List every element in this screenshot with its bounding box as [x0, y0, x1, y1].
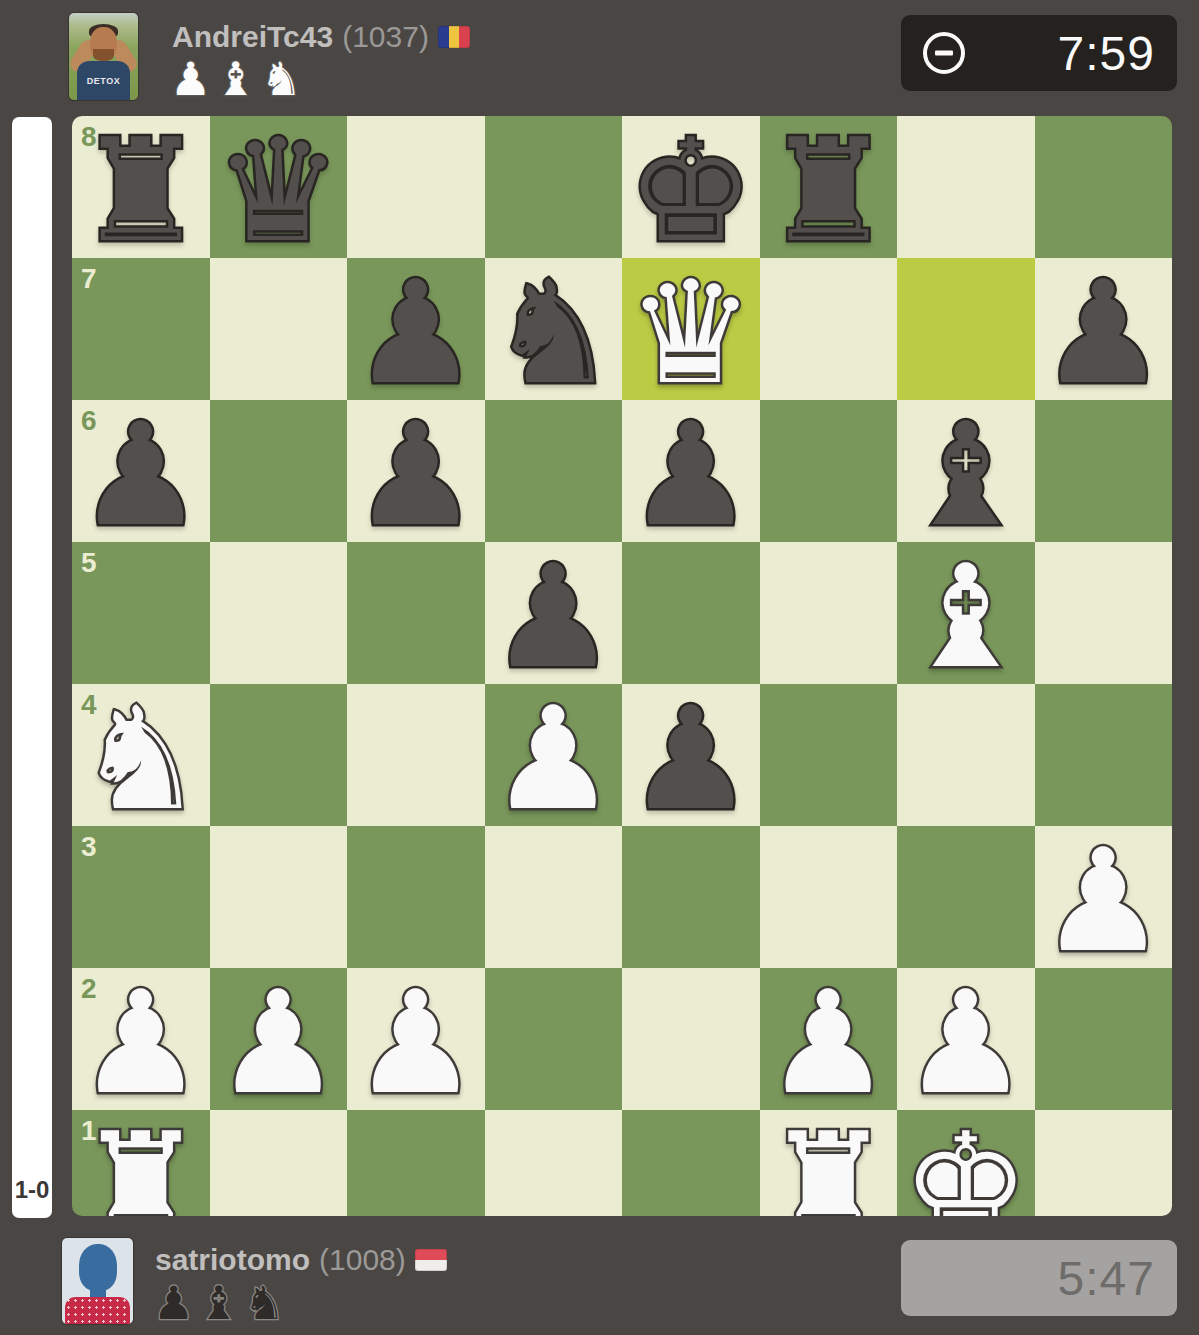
chess-board: 8♜♛♚♜7♟♞♛♟6♟♟♟♝5♟♝4♞♟♟3♟2♟♟♟♟♟1a♜bcdef♜g… — [72, 116, 1172, 1216]
square-d5[interactable]: ♟ — [485, 542, 623, 684]
square-f5[interactable] — [760, 542, 898, 684]
square-h4[interactable] — [1035, 684, 1173, 826]
rank-label-7: 7 — [81, 263, 97, 295]
captured-white-knight: ♞ — [261, 56, 302, 102]
flag-icon-romania — [438, 26, 470, 48]
square-e1[interactable]: e — [622, 1110, 760, 1216]
square-e8[interactable]: ♚ — [622, 116, 760, 258]
white-pawn: ♟ — [1040, 830, 1167, 972]
square-c2[interactable]: ♟ — [347, 968, 485, 1110]
square-d6[interactable] — [485, 400, 623, 542]
square-h2[interactable] — [1035, 968, 1173, 1110]
avatar-shirt-text: DETOX — [87, 76, 120, 86]
top-player-name[interactable]: AndreiTc43 — [172, 20, 333, 54]
square-c3[interactable] — [347, 826, 485, 968]
white-rook: ♜ — [765, 1114, 892, 1216]
square-d1[interactable]: d — [485, 1110, 623, 1216]
black-pawn: ♟ — [627, 688, 754, 830]
top-player-avatar[interactable]: DETOX — [69, 13, 138, 100]
white-bishop: ♝ — [902, 546, 1029, 688]
square-f4[interactable] — [760, 684, 898, 826]
captured-white-pawn: ♟ — [170, 56, 211, 102]
square-e6[interactable]: ♟ — [622, 400, 760, 542]
square-a6[interactable]: 6♟ — [72, 400, 210, 542]
white-pawn: ♟ — [77, 972, 204, 1114]
black-king: ♚ — [627, 120, 754, 262]
white-knight: ♞ — [77, 688, 204, 830]
square-g1[interactable]: g♚ — [897, 1110, 1035, 1216]
white-rook: ♜ — [77, 1114, 204, 1216]
square-b6[interactable] — [210, 400, 348, 542]
black-rook: ♜ — [77, 120, 204, 262]
black-pawn: ♟ — [1040, 262, 1167, 404]
white-king: ♚ — [902, 1114, 1029, 1216]
captured-black-knight: ♞ — [244, 1280, 285, 1326]
circled-minus-icon — [923, 32, 965, 74]
square-f8[interactable]: ♜ — [760, 116, 898, 258]
square-b7[interactable] — [210, 258, 348, 400]
top-game-clock: 7:59 — [901, 15, 1177, 91]
square-e4[interactable]: ♟ — [622, 684, 760, 826]
square-d3[interactable] — [485, 826, 623, 968]
black-pawn: ♟ — [77, 404, 204, 546]
rank-label-5: 5 — [81, 547, 97, 579]
square-b4[interactable] — [210, 684, 348, 826]
rank-label-3: 3 — [81, 831, 97, 863]
black-pawn: ♟ — [627, 404, 754, 546]
square-a7[interactable]: 7 — [72, 258, 210, 400]
square-a8[interactable]: 8♜ — [72, 116, 210, 258]
square-f7[interactable] — [760, 258, 898, 400]
square-e2[interactable] — [622, 968, 760, 1110]
square-c6[interactable]: ♟ — [347, 400, 485, 542]
black-knight: ♞ — [490, 262, 617, 404]
square-b5[interactable] — [210, 542, 348, 684]
square-f1[interactable]: f♜ — [760, 1110, 898, 1216]
top-captured-pieces-tray: ♟♝♞ — [170, 56, 302, 102]
square-h8[interactable] — [1035, 116, 1173, 258]
avatar-beard — [93, 49, 114, 61]
white-pawn: ♟ — [490, 688, 617, 830]
square-a5[interactable]: 5 — [72, 542, 210, 684]
black-queen: ♛ — [215, 120, 342, 262]
black-pawn: ♟ — [352, 262, 479, 404]
square-h3[interactable]: ♟ — [1035, 826, 1173, 968]
square-e5[interactable] — [622, 542, 760, 684]
bottom-player-meta: satriotomo (1008) — [155, 1243, 447, 1277]
square-c5[interactable] — [347, 542, 485, 684]
square-b2[interactable]: ♟ — [210, 968, 348, 1110]
square-g6[interactable]: ♝ — [897, 400, 1035, 542]
white-pawn: ♟ — [902, 972, 1029, 1114]
square-g2[interactable]: ♟ — [897, 968, 1035, 1110]
square-c1[interactable]: c — [347, 1110, 485, 1216]
bottom-player-rating: (1008) — [319, 1243, 406, 1277]
bottom-player-avatar[interactable] — [62, 1238, 133, 1324]
square-e3[interactable] — [622, 826, 760, 968]
captured-black-bishop: ♝ — [198, 1280, 239, 1326]
square-d8[interactable] — [485, 116, 623, 258]
square-c7[interactable]: ♟ — [347, 258, 485, 400]
square-h7[interactable]: ♟ — [1035, 258, 1173, 400]
square-d4[interactable]: ♟ — [485, 684, 623, 826]
square-a4[interactable]: 4♞ — [72, 684, 210, 826]
white-queen: ♛ — [627, 262, 754, 404]
square-h5[interactable] — [1035, 542, 1173, 684]
square-h6[interactable] — [1035, 400, 1173, 542]
bottom-captured-pieces-tray: ♟♝♞ — [153, 1280, 285, 1326]
square-f6[interactable] — [760, 400, 898, 542]
square-b3[interactable] — [210, 826, 348, 968]
square-f3[interactable] — [760, 826, 898, 968]
square-e7[interactable]: ♛ — [622, 258, 760, 400]
black-pawn: ♟ — [490, 546, 617, 688]
evaluation-bar: 1-0 — [12, 117, 52, 1218]
game-result: 1-0 — [15, 1176, 50, 1204]
square-b1[interactable]: b — [210, 1110, 348, 1216]
square-a3[interactable]: 3 — [72, 826, 210, 968]
square-d7[interactable]: ♞ — [485, 258, 623, 400]
black-bishop: ♝ — [902, 404, 1029, 546]
bottom-player-bar: satriotomo (1008) ♟♝♞ 5:47 — [0, 1238, 1199, 1335]
avatar-shirt — [65, 1297, 130, 1324]
square-c4[interactable] — [347, 684, 485, 826]
square-c8[interactable] — [347, 116, 485, 258]
top-player-bar: DETOX AndreiTc43 (1037) ♟♝♞ 7:59 — [0, 0, 1199, 113]
square-b8[interactable]: ♛ — [210, 116, 348, 258]
square-g8[interactable] — [897, 116, 1035, 258]
top-player-meta: AndreiTc43 (1037) — [172, 20, 470, 54]
bottom-clock-time: 5:47 — [1058, 1251, 1155, 1306]
white-pawn: ♟ — [215, 972, 342, 1114]
top-clock-time: 7:59 — [1058, 26, 1155, 81]
square-g5[interactable]: ♝ — [897, 542, 1035, 684]
captured-white-bishop: ♝ — [215, 56, 256, 102]
flag-icon-indonesia — [415, 1249, 447, 1271]
white-pawn: ♟ — [352, 972, 479, 1114]
square-g7[interactable] — [897, 258, 1035, 400]
square-g3[interactable] — [897, 826, 1035, 968]
square-h1[interactable]: h — [1035, 1110, 1173, 1216]
bottom-game-clock: 5:47 — [901, 1240, 1177, 1316]
top-player-rating: (1037) — [342, 20, 429, 54]
white-pawn: ♟ — [765, 972, 892, 1114]
avatar-shirt: DETOX — [77, 61, 130, 100]
square-a1[interactable]: 1a♜ — [72, 1110, 210, 1216]
bottom-player-name[interactable]: satriotomo — [155, 1243, 310, 1277]
captured-black-pawn: ♟ — [153, 1280, 194, 1326]
black-rook: ♜ — [765, 120, 892, 262]
square-f2[interactable]: ♟ — [760, 968, 898, 1110]
square-g4[interactable] — [897, 684, 1035, 826]
square-d2[interactable] — [485, 968, 623, 1110]
black-pawn: ♟ — [352, 404, 479, 546]
square-a2[interactable]: 2♟ — [72, 968, 210, 1110]
avatar-head — [79, 1244, 117, 1291]
